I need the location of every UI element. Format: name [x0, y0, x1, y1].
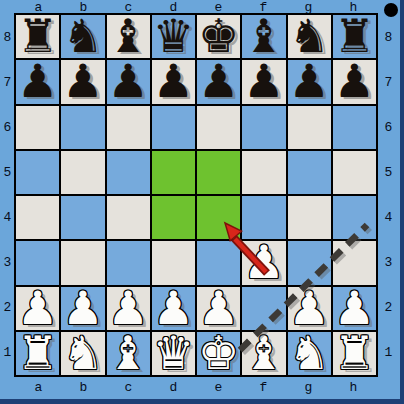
- square-f3[interactable]: ♟: [242, 241, 285, 284]
- black-to-move-indicator: [384, 3, 398, 17]
- white-pawn[interactable]: ♟: [243, 241, 284, 284]
- square-d3[interactable]: [152, 241, 195, 284]
- black-pawn[interactable]: ♟: [198, 60, 239, 103]
- black-knight[interactable]: ♞: [289, 15, 330, 58]
- square-d8[interactable]: ♛: [152, 15, 195, 58]
- square-g6[interactable]: [288, 106, 331, 149]
- square-h2[interactable]: ♟: [333, 287, 376, 330]
- rank-label-left-8: 8: [0, 15, 15, 60]
- square-d2[interactable]: ♟: [152, 287, 195, 330]
- white-king[interactable]: ♚: [198, 332, 239, 375]
- square-b1[interactable]: ♞: [61, 332, 104, 375]
- file-label-bottom-h: h: [331, 377, 376, 397]
- rank-labels-right: 87654321: [379, 15, 398, 375]
- square-c1[interactable]: ♝: [107, 332, 150, 375]
- rank-label-right-1: 1: [379, 330, 398, 375]
- rank-label-right-4: 4: [379, 195, 398, 240]
- rank-label-left-3: 3: [0, 240, 15, 285]
- square-b8[interactable]: ♞: [61, 15, 104, 58]
- rank-label-right-7: 7: [379, 60, 398, 105]
- rank-label-right-8: 8: [379, 15, 398, 60]
- square-h5[interactable]: [333, 151, 376, 194]
- square-g4[interactable]: [288, 196, 331, 239]
- square-e3[interactable]: [197, 241, 240, 284]
- black-bishop[interactable]: ♝: [243, 15, 284, 58]
- file-label-bottom-a: a: [16, 377, 61, 397]
- white-pawn[interactable]: ♟: [289, 287, 330, 330]
- square-c3[interactable]: [107, 241, 150, 284]
- square-h6[interactable]: [333, 106, 376, 149]
- square-d1[interactable]: ♛: [152, 332, 195, 375]
- square-g1[interactable]: ♞: [288, 332, 331, 375]
- rank-label-left-4: 4: [0, 195, 15, 240]
- square-a1[interactable]: ♜: [16, 332, 59, 375]
- white-rook[interactable]: ♜: [17, 332, 58, 375]
- square-f1[interactable]: ♝: [242, 332, 285, 375]
- square-e4[interactable]: [197, 196, 240, 239]
- square-a5[interactable]: [16, 151, 59, 194]
- square-f6[interactable]: [242, 106, 285, 149]
- black-queen[interactable]: ♛: [153, 15, 194, 58]
- board-edge-shadow: [400, 0, 404, 404]
- square-e2[interactable]: ♟: [197, 287, 240, 330]
- white-pawn[interactable]: ♟: [17, 287, 58, 330]
- square-a4[interactable]: [16, 196, 59, 239]
- white-queen[interactable]: ♛: [153, 332, 194, 375]
- rank-labels-left: 87654321: [0, 15, 15, 375]
- rank-label-left-5: 5: [0, 150, 15, 195]
- square-h8[interactable]: ♜: [333, 15, 376, 58]
- black-pawn[interactable]: ♟: [243, 60, 284, 103]
- rank-label-left-2: 2: [0, 285, 15, 330]
- black-pawn[interactable]: ♟: [108, 60, 149, 103]
- square-g8[interactable]: ♞: [288, 15, 331, 58]
- board-edge-shadow: [0, 399, 404, 404]
- rank-label-left-6: 6: [0, 105, 15, 150]
- square-h4[interactable]: [333, 196, 376, 239]
- board-grid: ♜♞♝♛♚♝♞♜♟♟♟♟♟♟♟♟♟♟♟♟♟♟♟♟♜♞♝♛♚♝♞♜: [16, 15, 376, 375]
- square-a6[interactable]: [16, 106, 59, 149]
- square-b4[interactable]: [61, 196, 104, 239]
- rank-label-left-1: 1: [0, 330, 15, 375]
- square-c4[interactable]: [107, 196, 150, 239]
- file-label-bottom-e: e: [196, 377, 241, 397]
- square-c7[interactable]: ♟: [107, 60, 150, 103]
- black-rook[interactable]: ♜: [17, 15, 58, 58]
- rank-label-left-7: 7: [0, 60, 15, 105]
- square-a7[interactable]: ♟: [16, 60, 59, 103]
- square-h3[interactable]: [333, 241, 376, 284]
- square-g7[interactable]: ♟: [288, 60, 331, 103]
- black-pawn[interactable]: ♟: [334, 60, 375, 103]
- black-king[interactable]: ♚: [198, 15, 239, 58]
- white-rook[interactable]: ♜: [334, 332, 375, 375]
- square-d6[interactable]: [152, 106, 195, 149]
- file-label-bottom-d: d: [151, 377, 196, 397]
- white-knight[interactable]: ♞: [289, 332, 330, 375]
- square-e8[interactable]: ♚: [197, 15, 240, 58]
- square-h7[interactable]: ♟: [333, 60, 376, 103]
- black-knight[interactable]: ♞: [62, 15, 103, 58]
- square-f7[interactable]: ♟: [242, 60, 285, 103]
- white-pawn[interactable]: ♟: [334, 287, 375, 330]
- square-g2[interactable]: ♟: [288, 287, 331, 330]
- square-d7[interactable]: ♟: [152, 60, 195, 103]
- white-pawn[interactable]: ♟: [198, 287, 239, 330]
- square-b3[interactable]: [61, 241, 104, 284]
- black-pawn[interactable]: ♟: [62, 60, 103, 103]
- white-pawn[interactable]: ♟: [108, 287, 149, 330]
- white-bishop[interactable]: ♝: [108, 332, 149, 375]
- square-b2[interactable]: ♟: [61, 287, 104, 330]
- square-e6[interactable]: [197, 106, 240, 149]
- square-c2[interactable]: ♟: [107, 287, 150, 330]
- square-c6[interactable]: [107, 106, 150, 149]
- black-rook[interactable]: ♜: [334, 15, 375, 58]
- square-f8[interactable]: ♝: [242, 15, 285, 58]
- square-e7[interactable]: ♟: [197, 60, 240, 103]
- square-b5[interactable]: [61, 151, 104, 194]
- file-label-bottom-g: g: [286, 377, 331, 397]
- square-a8[interactable]: ♜: [16, 15, 59, 58]
- square-b7[interactable]: ♟: [61, 60, 104, 103]
- square-f2[interactable]: [242, 287, 285, 330]
- chess-diagram: abcdefgh abcdefgh 87654321 87654321 ♜♞♝♛…: [0, 0, 404, 404]
- file-label-bottom-b: b: [61, 377, 106, 397]
- square-h1[interactable]: ♜: [333, 332, 376, 375]
- chess-board: ♜♞♝♛♚♝♞♜♟♟♟♟♟♟♟♟♟♟♟♟♟♟♟♟♜♞♝♛♚♝♞♜: [14, 13, 378, 377]
- square-f5[interactable]: [242, 151, 285, 194]
- square-c5[interactable]: [107, 151, 150, 194]
- square-c8[interactable]: ♝: [107, 15, 150, 58]
- file-label-bottom-c: c: [106, 377, 151, 397]
- black-pawn[interactable]: ♟: [289, 60, 330, 103]
- square-g3[interactable]: [288, 241, 331, 284]
- rank-label-right-6: 6: [379, 105, 398, 150]
- white-bishop[interactable]: ♝: [243, 332, 284, 375]
- square-a3[interactable]: [16, 241, 59, 284]
- square-g5[interactable]: [288, 151, 331, 194]
- black-pawn[interactable]: ♟: [153, 60, 194, 103]
- square-d5[interactable]: [152, 151, 195, 194]
- white-pawn[interactable]: ♟: [62, 287, 103, 330]
- file-label-bottom-f: f: [241, 377, 286, 397]
- square-e1[interactable]: ♚: [197, 332, 240, 375]
- square-a2[interactable]: ♟: [16, 287, 59, 330]
- rank-label-right-5: 5: [379, 150, 398, 195]
- square-f4[interactable]: [242, 196, 285, 239]
- rank-label-right-2: 2: [379, 285, 398, 330]
- file-labels-bottom: abcdefgh: [16, 377, 376, 397]
- black-pawn[interactable]: ♟: [17, 60, 58, 103]
- black-bishop[interactable]: ♝: [108, 15, 149, 58]
- square-e5[interactable]: [197, 151, 240, 194]
- square-d4[interactable]: [152, 196, 195, 239]
- white-pawn[interactable]: ♟: [153, 287, 194, 330]
- rank-label-right-3: 3: [379, 240, 398, 285]
- white-knight[interactable]: ♞: [62, 332, 103, 375]
- square-b6[interactable]: [61, 106, 104, 149]
